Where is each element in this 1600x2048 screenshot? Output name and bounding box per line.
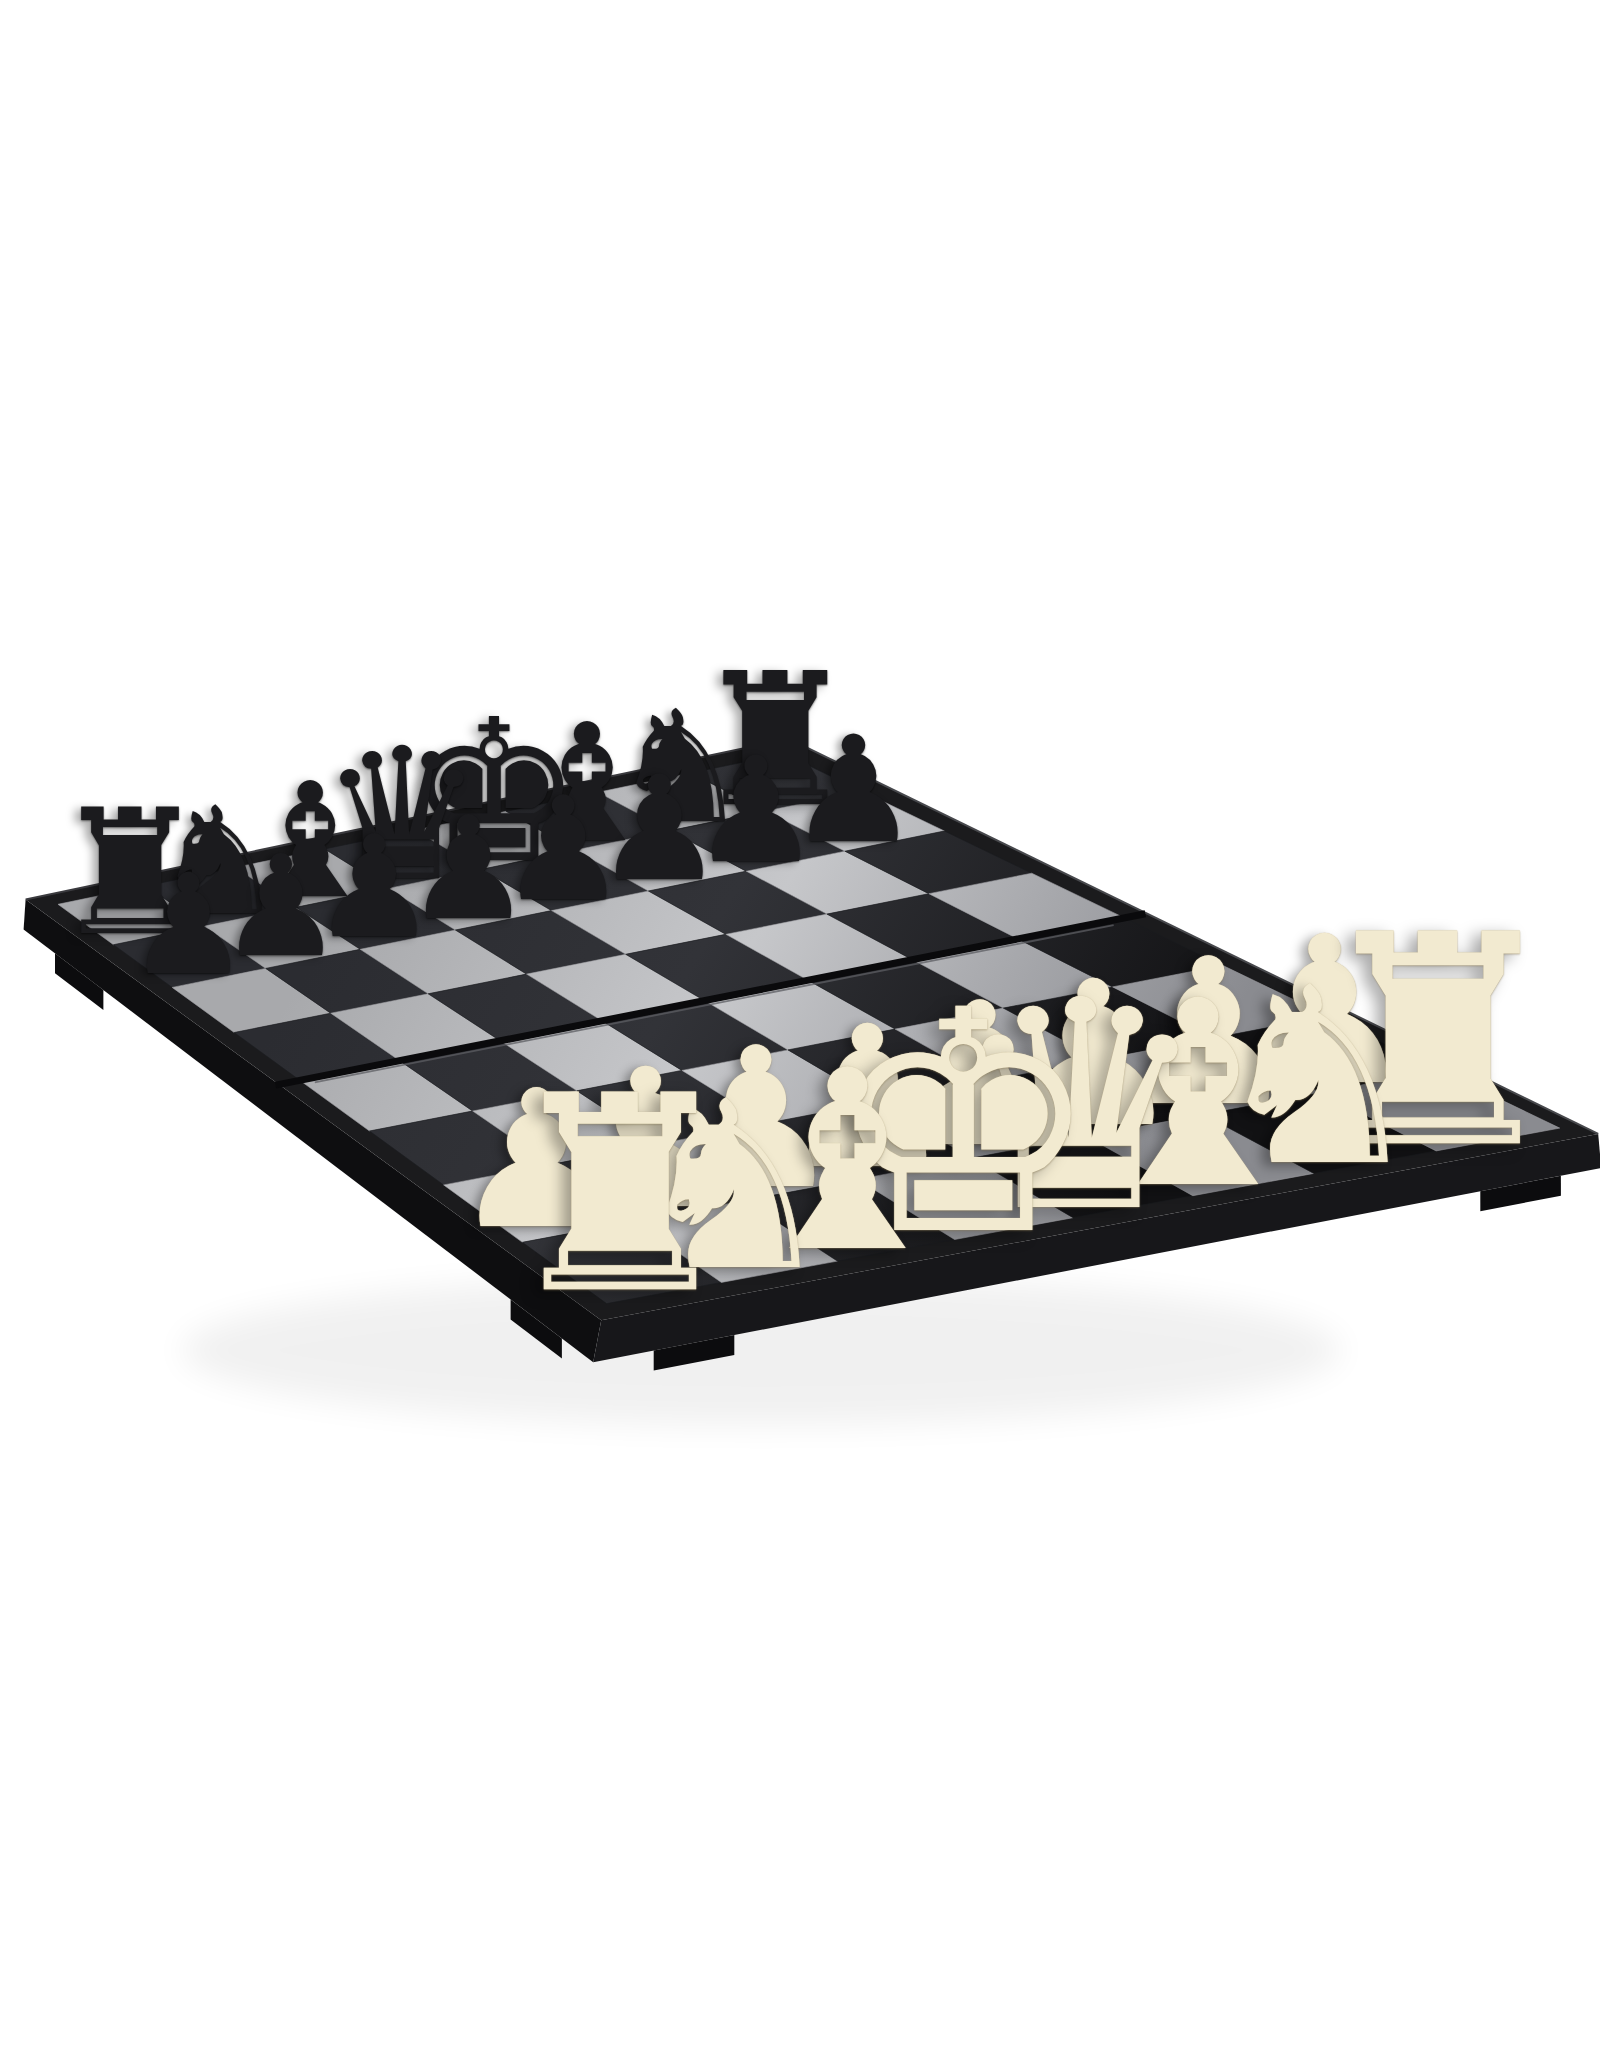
piece-white-rook-a1[interactable]: ♜: [485, 1061, 756, 1332]
piece-black-pawn-a7[interactable]: ♟: [119, 856, 258, 995]
product-photo-stage: ♜♞♝♟♚♟♛♟♝♟♞♟♜♟♟♟♟♟♟♜♟♞♟♝♟♛♟♚♟♝♞♜: [0, 0, 1600, 2048]
